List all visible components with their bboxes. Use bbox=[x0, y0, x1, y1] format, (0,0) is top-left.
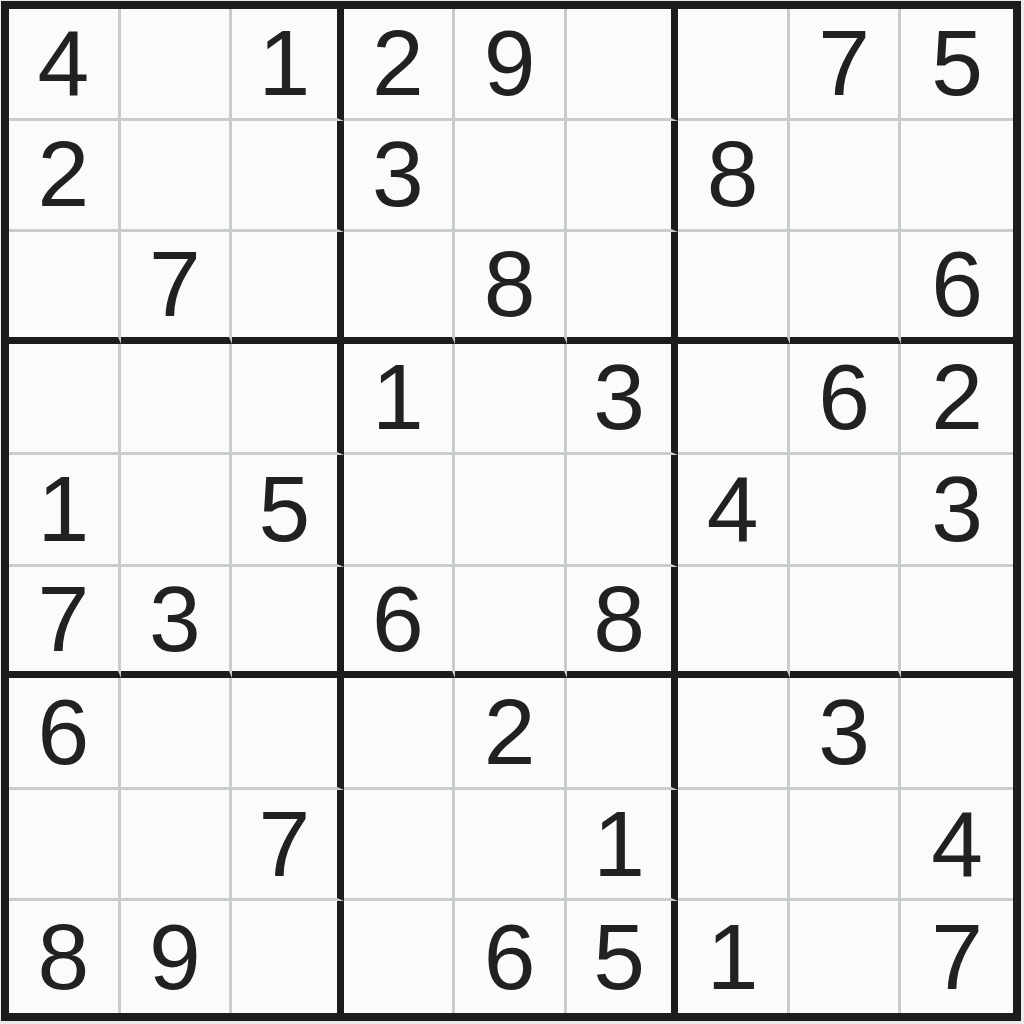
cell-r1c5-given-9[interactable]: 9 bbox=[455, 9, 567, 121]
cell-r4c8-given-6[interactable]: 6 bbox=[790, 344, 902, 456]
cell-r7c6-empty[interactable] bbox=[567, 678, 679, 790]
cell-r4c7-empty[interactable] bbox=[678, 344, 790, 456]
cell-r5c6-empty[interactable] bbox=[567, 455, 679, 567]
cell-r7c7-empty[interactable] bbox=[678, 678, 790, 790]
cell-r9c5-given-6[interactable]: 6 bbox=[455, 901, 567, 1013]
cell-r7c9-empty[interactable] bbox=[901, 678, 1013, 790]
cell-r3c6-empty[interactable] bbox=[567, 232, 679, 344]
cell-r4c1-empty[interactable] bbox=[9, 344, 121, 456]
cell-r8c9-given-4[interactable]: 4 bbox=[901, 790, 1013, 902]
cell-r9c4-empty[interactable] bbox=[344, 901, 456, 1013]
cell-r8c3-given-7[interactable]: 7 bbox=[232, 790, 344, 902]
cell-r9c6-given-5[interactable]: 5 bbox=[567, 901, 679, 1013]
cell-r6c2-given-3[interactable]: 3 bbox=[121, 567, 233, 679]
cell-r1c4-given-2[interactable]: 2 bbox=[344, 9, 456, 121]
cell-r2c3-empty[interactable] bbox=[232, 121, 344, 233]
cell-r6c8-empty[interactable] bbox=[790, 567, 902, 679]
cell-r5c1-given-1[interactable]: 1 bbox=[9, 455, 121, 567]
cell-r1c9-given-5[interactable]: 5 bbox=[901, 9, 1013, 121]
cell-r2c6-empty[interactable] bbox=[567, 121, 679, 233]
cell-r5c3-given-5[interactable]: 5 bbox=[232, 455, 344, 567]
cell-r7c3-empty[interactable] bbox=[232, 678, 344, 790]
cell-r9c7-given-1[interactable]: 1 bbox=[678, 901, 790, 1013]
cell-r7c2-empty[interactable] bbox=[121, 678, 233, 790]
cell-r2c1-given-2[interactable]: 2 bbox=[9, 121, 121, 233]
cell-r3c2-given-7[interactable]: 7 bbox=[121, 232, 233, 344]
cell-r2c2-empty[interactable] bbox=[121, 121, 233, 233]
cell-r9c8-empty[interactable] bbox=[790, 901, 902, 1013]
cell-r7c5-given-2[interactable]: 2 bbox=[455, 678, 567, 790]
cell-r8c1-empty[interactable] bbox=[9, 790, 121, 902]
cell-r8c4-empty[interactable] bbox=[344, 790, 456, 902]
cell-r8c7-empty[interactable] bbox=[678, 790, 790, 902]
cell-r2c9-empty[interactable] bbox=[901, 121, 1013, 233]
cell-r5c5-empty[interactable] bbox=[455, 455, 567, 567]
cell-r6c7-empty[interactable] bbox=[678, 567, 790, 679]
cell-r3c9-given-6[interactable]: 6 bbox=[901, 232, 1013, 344]
cell-r8c5-empty[interactable] bbox=[455, 790, 567, 902]
sudoku-board: 412975238786136215437368623714896517 bbox=[1, 1, 1021, 1021]
cell-r9c2-given-9[interactable]: 9 bbox=[121, 901, 233, 1013]
cell-r4c5-empty[interactable] bbox=[455, 344, 567, 456]
cell-r6c1-given-7[interactable]: 7 bbox=[9, 567, 121, 679]
cell-r3c4-empty[interactable] bbox=[344, 232, 456, 344]
cell-r9c3-empty[interactable] bbox=[232, 901, 344, 1013]
cell-r6c6-given-8[interactable]: 8 bbox=[567, 567, 679, 679]
cell-r4c4-given-1[interactable]: 1 bbox=[344, 344, 456, 456]
cell-r2c8-empty[interactable] bbox=[790, 121, 902, 233]
cell-r1c1-given-4[interactable]: 4 bbox=[9, 9, 121, 121]
cell-r6c4-given-6[interactable]: 6 bbox=[344, 567, 456, 679]
cell-r8c2-empty[interactable] bbox=[121, 790, 233, 902]
cell-r1c2-empty[interactable] bbox=[121, 9, 233, 121]
cell-r6c9-empty[interactable] bbox=[901, 567, 1013, 679]
cell-r5c8-empty[interactable] bbox=[790, 455, 902, 567]
cell-r7c1-given-6[interactable]: 6 bbox=[9, 678, 121, 790]
cell-r7c4-empty[interactable] bbox=[344, 678, 456, 790]
cell-r5c9-given-3[interactable]: 3 bbox=[901, 455, 1013, 567]
cell-r4c9-given-2[interactable]: 2 bbox=[901, 344, 1013, 456]
cell-r4c6-given-3[interactable]: 3 bbox=[567, 344, 679, 456]
cell-r2c4-given-3[interactable]: 3 bbox=[344, 121, 456, 233]
cell-r9c9-given-7[interactable]: 7 bbox=[901, 901, 1013, 1013]
cell-r1c7-empty[interactable] bbox=[678, 9, 790, 121]
cell-r3c5-given-8[interactable]: 8 bbox=[455, 232, 567, 344]
cell-r5c2-empty[interactable] bbox=[121, 455, 233, 567]
cell-r2c7-given-8[interactable]: 8 bbox=[678, 121, 790, 233]
cell-r6c3-empty[interactable] bbox=[232, 567, 344, 679]
cell-r9c1-given-8[interactable]: 8 bbox=[9, 901, 121, 1013]
cell-r4c2-empty[interactable] bbox=[121, 344, 233, 456]
cell-r1c8-given-7[interactable]: 7 bbox=[790, 9, 902, 121]
cell-r6c5-empty[interactable] bbox=[455, 567, 567, 679]
cell-r2c5-empty[interactable] bbox=[455, 121, 567, 233]
cell-r3c1-empty[interactable] bbox=[9, 232, 121, 344]
cell-r3c3-empty[interactable] bbox=[232, 232, 344, 344]
cell-r7c8-given-3[interactable]: 3 bbox=[790, 678, 902, 790]
cell-r8c8-empty[interactable] bbox=[790, 790, 902, 902]
cell-r8c6-given-1[interactable]: 1 bbox=[567, 790, 679, 902]
cell-r3c7-empty[interactable] bbox=[678, 232, 790, 344]
cell-r5c4-empty[interactable] bbox=[344, 455, 456, 567]
cell-r1c3-given-1[interactable]: 1 bbox=[232, 9, 344, 121]
cell-r1c6-empty[interactable] bbox=[567, 9, 679, 121]
cell-r5c7-given-4[interactable]: 4 bbox=[678, 455, 790, 567]
cell-r4c3-empty[interactable] bbox=[232, 344, 344, 456]
cell-r3c8-empty[interactable] bbox=[790, 232, 902, 344]
